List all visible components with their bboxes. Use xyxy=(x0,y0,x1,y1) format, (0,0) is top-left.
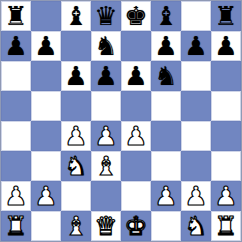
square-c7[interactable] xyxy=(61,31,91,61)
square-c8[interactable]: ♝ xyxy=(61,1,91,31)
black-king: ♚ xyxy=(124,1,147,31)
square-e2[interactable] xyxy=(121,181,151,211)
black-rook: ♜ xyxy=(4,1,27,31)
square-d3[interactable]: ♝ xyxy=(91,151,121,181)
square-b6[interactable] xyxy=(31,61,61,91)
black-knight: ♞ xyxy=(154,61,177,91)
square-a6[interactable] xyxy=(1,61,31,91)
square-f1[interactable] xyxy=(151,211,181,241)
black-pawn: ♟ xyxy=(124,61,147,91)
white-knight: ♞ xyxy=(184,211,207,241)
square-e8[interactable]: ♚ xyxy=(121,1,151,31)
black-pawn: ♟ xyxy=(4,31,27,61)
white-rook: ♜ xyxy=(214,211,237,241)
square-e4[interactable]: ♟ xyxy=(121,121,151,151)
square-b3[interactable] xyxy=(31,151,61,181)
black-bishop: ♝ xyxy=(154,1,177,31)
black-pawn: ♟ xyxy=(94,61,117,91)
white-pawn: ♟ xyxy=(124,121,147,151)
black-pawn: ♟ xyxy=(154,31,177,61)
square-f2[interactable]: ♟ xyxy=(151,181,181,211)
square-d1[interactable]: ♛ xyxy=(91,211,121,241)
square-e6[interactable]: ♟ xyxy=(121,61,151,91)
square-h6[interactable] xyxy=(211,61,241,91)
square-e7[interactable] xyxy=(121,31,151,61)
black-pawn: ♟ xyxy=(184,31,207,61)
white-rook: ♜ xyxy=(4,211,27,241)
square-f5[interactable] xyxy=(151,91,181,121)
white-knight: ♞ xyxy=(64,151,87,181)
square-g5[interactable] xyxy=(181,91,211,121)
black-pawn: ♟ xyxy=(34,31,57,61)
square-a2[interactable]: ♟ xyxy=(1,181,31,211)
square-b2[interactable]: ♟ xyxy=(31,181,61,211)
square-d6[interactable]: ♟ xyxy=(91,61,121,91)
square-a8[interactable]: ♜ xyxy=(1,1,31,31)
square-c6[interactable]: ♟ xyxy=(61,61,91,91)
square-e3[interactable] xyxy=(121,151,151,181)
white-bishop: ♝ xyxy=(64,211,87,241)
square-a3[interactable] xyxy=(1,151,31,181)
square-c3[interactable]: ♞ xyxy=(61,151,91,181)
square-d7[interactable]: ♞ xyxy=(91,31,121,61)
square-e1[interactable]: ♚ xyxy=(121,211,151,241)
square-g6[interactable] xyxy=(181,61,211,91)
square-f7[interactable]: ♟ xyxy=(151,31,181,61)
black-pawn: ♟ xyxy=(214,31,237,61)
square-c5[interactable] xyxy=(61,91,91,121)
square-c2[interactable] xyxy=(61,181,91,211)
square-a4[interactable] xyxy=(1,121,31,151)
white-pawn: ♟ xyxy=(94,121,117,151)
square-f3[interactable] xyxy=(151,151,181,181)
square-h8[interactable]: ♜ xyxy=(211,1,241,31)
square-b5[interactable] xyxy=(31,91,61,121)
square-h7[interactable]: ♟ xyxy=(211,31,241,61)
square-f6[interactable]: ♞ xyxy=(151,61,181,91)
white-pawn: ♟ xyxy=(154,181,177,211)
chess-board-wrapper: ♜♝♛♚♝♜♟♟♞♟♟♟♟♟♟♞♟♟♟♞♝♟♟♟♟♟♜♝♛♚♞♜ xyxy=(0,0,242,242)
black-knight: ♞ xyxy=(94,31,117,61)
square-g1[interactable]: ♞ xyxy=(181,211,211,241)
square-a1[interactable]: ♜ xyxy=(1,211,31,241)
square-h1[interactable]: ♜ xyxy=(211,211,241,241)
square-b8[interactable] xyxy=(31,1,61,31)
square-a5[interactable] xyxy=(1,91,31,121)
black-queen: ♛ xyxy=(94,1,117,31)
white-pawn: ♟ xyxy=(214,181,237,211)
square-g3[interactable] xyxy=(181,151,211,181)
white-pawn: ♟ xyxy=(184,181,207,211)
square-d4[interactable]: ♟ xyxy=(91,121,121,151)
white-pawn: ♟ xyxy=(64,121,87,151)
white-queen: ♛ xyxy=(94,211,117,241)
square-d8[interactable]: ♛ xyxy=(91,1,121,31)
square-h3[interactable] xyxy=(211,151,241,181)
square-b7[interactable]: ♟ xyxy=(31,31,61,61)
square-g8[interactable] xyxy=(181,1,211,31)
white-pawn: ♟ xyxy=(4,181,27,211)
white-pawn: ♟ xyxy=(34,181,57,211)
black-bishop: ♝ xyxy=(64,1,87,31)
square-b4[interactable] xyxy=(31,121,61,151)
square-h4[interactable] xyxy=(211,121,241,151)
square-g7[interactable]: ♟ xyxy=(181,31,211,61)
square-d5[interactable] xyxy=(91,91,121,121)
square-c1[interactable]: ♝ xyxy=(61,211,91,241)
square-h2[interactable]: ♟ xyxy=(211,181,241,211)
white-king: ♚ xyxy=(124,211,147,241)
square-g2[interactable]: ♟ xyxy=(181,181,211,211)
chess-board: ♜♝♛♚♝♜♟♟♞♟♟♟♟♟♟♞♟♟♟♞♝♟♟♟♟♟♜♝♛♚♞♜ xyxy=(0,0,242,242)
square-f8[interactable]: ♝ xyxy=(151,1,181,31)
white-bishop: ♝ xyxy=(94,151,117,181)
square-a7[interactable]: ♟ xyxy=(1,31,31,61)
square-e5[interactable] xyxy=(121,91,151,121)
black-pawn: ♟ xyxy=(64,61,87,91)
square-g4[interactable] xyxy=(181,121,211,151)
square-d2[interactable] xyxy=(91,181,121,211)
square-c4[interactable]: ♟ xyxy=(61,121,91,151)
square-f4[interactable] xyxy=(151,121,181,151)
black-rook: ♜ xyxy=(214,1,237,31)
square-h5[interactable] xyxy=(211,91,241,121)
square-b1[interactable] xyxy=(31,211,61,241)
